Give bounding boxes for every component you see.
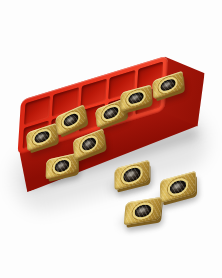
boxed-insert	[55, 104, 87, 135]
boxed-insert	[26, 123, 58, 151]
inserts-layer	[0, 0, 222, 278]
boxed-insert	[152, 71, 184, 99]
insert-center-hole	[167, 176, 188, 199]
insert-center-hole	[52, 156, 72, 176]
insert-center-hole	[32, 127, 51, 148]
insert-center-hole	[79, 133, 99, 155]
boxed-insert	[72, 128, 105, 159]
insert-center-hole	[61, 109, 81, 132]
boxed-insert	[120, 85, 151, 112]
product-photo	[0, 0, 222, 278]
boxed-insert	[46, 152, 78, 179]
loose-insert	[160, 171, 196, 203]
insert-center-hole	[132, 201, 155, 222]
insert-center-hole	[158, 75, 177, 96]
insert-center-hole	[101, 102, 121, 124]
insert-center-hole	[127, 88, 146, 108]
insert-center-hole	[122, 164, 143, 186]
